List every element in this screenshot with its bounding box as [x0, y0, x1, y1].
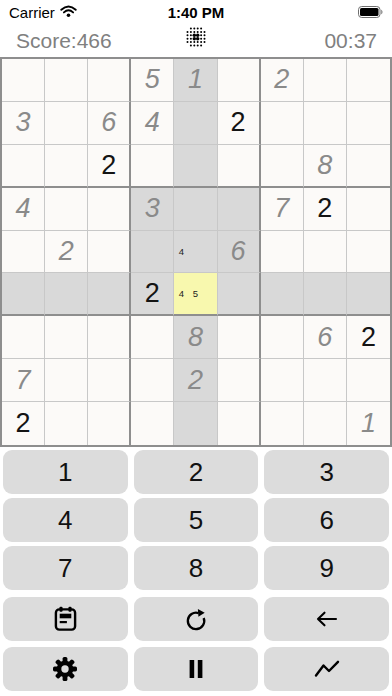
cell-r3c4[interactable]: [131, 145, 174, 188]
cell-r8c2[interactable]: [45, 359, 88, 402]
given-digit: 7: [16, 365, 31, 396]
cell-r4c3[interactable]: [88, 188, 131, 231]
pause-button[interactable]: [134, 647, 259, 691]
numpad-button-4[interactable]: 4: [3, 498, 128, 542]
given-digit: 1: [188, 64, 203, 95]
given-digit: 2: [274, 64, 289, 95]
cell-r9c9[interactable]: 1: [347, 402, 390, 445]
numpad-button-9[interactable]: 9: [264, 546, 389, 590]
cell-r9c3[interactable]: [88, 402, 131, 445]
cell-r1c7[interactable]: 2: [261, 59, 304, 102]
cell-r9c1[interactable]: 2: [2, 402, 45, 445]
timer-label: 00:37: [324, 29, 392, 53]
cell-r2c2[interactable]: [45, 102, 88, 145]
cell-r9c2[interactable]: [45, 402, 88, 445]
battery-icon: [358, 6, 386, 18]
cell-r7c4[interactable]: [131, 316, 174, 359]
numpad-button-3[interactable]: 3: [264, 450, 389, 494]
cell-r8c8[interactable]: [304, 359, 347, 402]
cell-r5c9[interactable]: [347, 231, 390, 274]
back-arrow-button[interactable]: [264, 597, 389, 641]
cell-r6c2[interactable]: [45, 273, 88, 316]
cell-r8c7[interactable]: [261, 359, 304, 402]
cell-r2c6[interactable]: 2: [218, 102, 261, 145]
pencil-mark: 5: [188, 287, 202, 301]
cell-r6c7[interactable]: [261, 273, 304, 316]
given-digit: 7: [274, 193, 289, 224]
cell-r5c5[interactable]: 4: [174, 231, 217, 274]
cell-r2c8[interactable]: [304, 102, 347, 145]
given-digit: 4: [16, 193, 31, 224]
cell-r3c6[interactable]: [218, 145, 261, 188]
cell-r9c7[interactable]: [261, 402, 304, 445]
cell-r5c4[interactable]: [131, 231, 174, 274]
cell-r9c8[interactable]: [304, 402, 347, 445]
given-digit: 3: [145, 193, 160, 224]
given-digit: 1: [361, 408, 376, 439]
cell-r7c1[interactable]: [2, 316, 45, 359]
numpad-row-1: 123: [3, 450, 389, 494]
stats-button[interactable]: [264, 647, 389, 691]
numpad-button-1[interactable]: 1: [3, 450, 128, 494]
cell-r1c2[interactable]: [45, 59, 88, 102]
score-label: Score:466: [0, 29, 112, 53]
numpad-button-8[interactable]: 8: [134, 546, 259, 590]
settings-icon: [52, 656, 78, 682]
cell-r7c6[interactable]: [218, 316, 261, 359]
cell-r6c1[interactable]: [2, 273, 45, 316]
numpad-row-3: 789: [3, 546, 389, 590]
cell-r4c1[interactable]: 4: [2, 188, 45, 231]
cell-r8c3[interactable]: [88, 359, 131, 402]
cell-r7c2[interactable]: [45, 316, 88, 359]
cell-r2c3[interactable]: 6: [88, 102, 131, 145]
toolbar-row-1: [3, 597, 389, 641]
cell-r8c1[interactable]: 7: [2, 359, 45, 402]
restart-button[interactable]: [134, 597, 259, 641]
cell-r7c9[interactable]: 2: [347, 316, 390, 359]
settings-button[interactable]: [3, 647, 128, 691]
cell-r3c8[interactable]: 8: [304, 145, 347, 188]
cell-r4c9[interactable]: [347, 188, 390, 231]
numpad-button-5[interactable]: 5: [134, 498, 259, 542]
cell-r4c4[interactable]: 3: [131, 188, 174, 231]
pencil-mark: 4: [174, 245, 188, 259]
cell-r1c9[interactable]: [347, 59, 390, 102]
numpad-row-2: 456: [3, 498, 389, 542]
cell-r1c5[interactable]: 1: [174, 59, 217, 102]
pause-icon: [187, 659, 205, 679]
numpad-button-2[interactable]: 2: [134, 450, 259, 494]
time-label: 1:40 PM: [0, 4, 392, 21]
cell-r2c9[interactable]: [347, 102, 390, 145]
cell-r9c6[interactable]: [218, 402, 261, 445]
cell-r5c8[interactable]: [304, 231, 347, 274]
cell-r5c1[interactable]: [2, 231, 45, 274]
cell-r3c9[interactable]: [347, 145, 390, 188]
cell-r5c3[interactable]: [88, 231, 131, 274]
score-bar: Score:466 00:37: [0, 24, 392, 57]
given-digit: 6: [231, 236, 246, 267]
entered-digit: 2: [361, 322, 376, 353]
entered-digit: 2: [317, 193, 332, 224]
cell-r6c4[interactable]: 2: [131, 273, 174, 316]
cell-r1c3[interactable]: [88, 59, 131, 102]
cell-r5c2[interactable]: 2: [45, 231, 88, 274]
given-digit: 6: [101, 107, 116, 138]
toolbar-row-2: [3, 647, 389, 691]
restart-icon: [182, 606, 209, 633]
cell-r2c5[interactable]: [174, 102, 217, 145]
control-pad: 123 456 789: [0, 447, 392, 691]
cell-r2c7[interactable]: [261, 102, 304, 145]
cell-r2c4[interactable]: 4: [131, 102, 174, 145]
cell-r6c8[interactable]: [304, 273, 347, 316]
cell-r6c3[interactable]: [88, 273, 131, 316]
entered-digit: 2: [16, 408, 31, 439]
numpad-button-7[interactable]: 7: [3, 546, 128, 590]
given-digit: 4: [145, 107, 160, 138]
given-digit: 3: [16, 107, 31, 138]
cell-r6c6[interactable]: [218, 273, 261, 316]
cell-r1c6[interactable]: [218, 59, 261, 102]
cell-r8c5[interactable]: 2: [174, 359, 217, 402]
given-digit: 6: [317, 322, 332, 353]
cell-r3c2[interactable]: [45, 145, 88, 188]
cell-r9c5[interactable]: [174, 402, 217, 445]
cell-r4c8[interactable]: 2: [304, 188, 347, 231]
cell-r4c6[interactable]: [218, 188, 261, 231]
cell-r5c7[interactable]: [261, 231, 304, 274]
cell-r3c5[interactable]: [174, 145, 217, 188]
cell-r4c7[interactable]: 7: [261, 188, 304, 231]
dots-grid-icon[interactable]: [185, 26, 207, 48]
notes-icon: [53, 606, 78, 632]
cell-r9c4[interactable]: [131, 402, 174, 445]
back-arrow-icon: [313, 605, 341, 633]
cell-r7c7[interactable]: [261, 316, 304, 359]
entered-digit: 2: [231, 107, 246, 138]
numpad-button-6[interactable]: 6: [264, 498, 389, 542]
cell-r1c4[interactable]: 5: [131, 59, 174, 102]
cell-r6c9[interactable]: [347, 273, 390, 316]
stats-icon: [313, 658, 341, 680]
given-digit: 8: [317, 150, 332, 181]
sudoku-board: 51236422843722462458627221: [0, 57, 392, 447]
cell-r3c7[interactable]: [261, 145, 304, 188]
cell-r1c8[interactable]: [304, 59, 347, 102]
cell-r1c1[interactable]: [2, 59, 45, 102]
given-digit: 2: [188, 365, 203, 396]
cell-r7c5[interactable]: 8: [174, 316, 217, 359]
cell-r7c3[interactable]: [88, 316, 131, 359]
cell-r8c6[interactable]: [218, 359, 261, 402]
cell-r7c8[interactable]: 6: [304, 316, 347, 359]
entered-digit: 2: [101, 150, 116, 181]
given-digit: 5: [145, 64, 160, 95]
pencil-mark: 4: [174, 287, 188, 301]
cell-r3c3[interactable]: 2: [88, 145, 131, 188]
given-digit: 8: [188, 322, 203, 353]
cell-r4c5[interactable]: [174, 188, 217, 231]
cell-r8c9[interactable]: [347, 359, 390, 402]
status-bar: Carrier 1:40 PM: [0, 0, 392, 24]
cell-r6c5[interactable]: 45: [174, 273, 217, 316]
notes-button[interactable]: [3, 597, 128, 641]
entered-digit: 2: [145, 278, 160, 309]
cell-r3c1[interactable]: [2, 145, 45, 188]
given-digit: 2: [59, 236, 74, 267]
cell-r8c4[interactable]: [131, 359, 174, 402]
cell-r5c6[interactable]: 6: [218, 231, 261, 274]
cell-r2c1[interactable]: 3: [2, 102, 45, 145]
cell-r4c2[interactable]: [45, 188, 88, 231]
